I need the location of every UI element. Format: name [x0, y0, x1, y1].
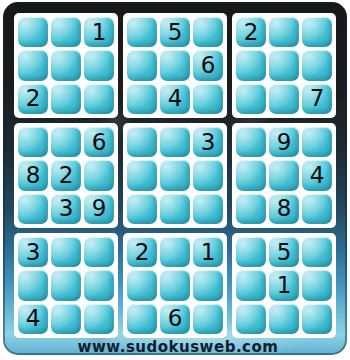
cell-r7c8[interactable]: 5 — [269, 237, 299, 267]
cell-r3c7[interactable] — [236, 84, 266, 114]
cell-r1c3[interactable]: 1 — [84, 17, 114, 47]
cell-r2c5[interactable] — [160, 50, 190, 80]
site-url-link[interactable]: www.sudokusweb.com — [17, 339, 339, 356]
cell-r1c1[interactable] — [18, 17, 48, 47]
cell-r8c5[interactable] — [160, 270, 190, 300]
cell-r7c9[interactable] — [302, 237, 332, 267]
sudoku-box-3: 27 — [232, 13, 336, 118]
cell-r2c7[interactable] — [236, 50, 266, 80]
cell-r3c6[interactable] — [193, 84, 223, 114]
cell-r4c5[interactable] — [160, 127, 190, 157]
cell-r6c8[interactable]: 8 — [269, 194, 299, 224]
cell-r3c3[interactable] — [84, 84, 114, 114]
cell-r3c2[interactable] — [51, 84, 81, 114]
cell-r7c2[interactable] — [51, 237, 81, 267]
board-frame: 12564276823939483421651 www.sudokusweb.c… — [3, 2, 347, 355]
cell-r8c6[interactable] — [193, 270, 223, 300]
cell-r7c5[interactable] — [160, 237, 190, 267]
cell-r4c3[interactable]: 6 — [84, 127, 114, 157]
cell-r2c2[interactable] — [51, 50, 81, 80]
cell-r3c1[interactable]: 2 — [18, 84, 48, 114]
cell-r4c8[interactable]: 9 — [269, 127, 299, 157]
cell-r5c8[interactable] — [269, 160, 299, 190]
cell-r6c4[interactable] — [127, 194, 157, 224]
cell-r9c6[interactable] — [193, 304, 223, 334]
sudoku-box-2: 564 — [123, 13, 227, 118]
sudoku-box-5: 3 — [123, 123, 227, 228]
cell-r9c9[interactable] — [302, 304, 332, 334]
sudoku-box-4: 68239 — [14, 123, 118, 228]
cell-r4c1[interactable] — [18, 127, 48, 157]
cell-r9c8[interactable] — [269, 304, 299, 334]
cell-r4c9[interactable] — [302, 127, 332, 157]
cell-r6c1[interactable] — [18, 194, 48, 224]
cell-r8c4[interactable] — [127, 270, 157, 300]
sudoku-grid: 12564276823939483421651 — [14, 13, 336, 338]
cell-r1c9[interactable] — [302, 17, 332, 47]
cell-r1c7[interactable]: 2 — [236, 17, 266, 47]
cell-r2c3[interactable] — [84, 50, 114, 80]
cell-r8c9[interactable] — [302, 270, 332, 300]
cell-r8c2[interactable] — [51, 270, 81, 300]
cell-r8c3[interactable] — [84, 270, 114, 300]
cell-r1c8[interactable] — [269, 17, 299, 47]
cell-r3c8[interactable] — [269, 84, 299, 114]
cell-r9c4[interactable] — [127, 304, 157, 334]
cell-r7c6[interactable]: 1 — [193, 237, 223, 267]
cell-r6c5[interactable] — [160, 194, 190, 224]
cell-r6c6[interactable] — [193, 194, 223, 224]
cell-r2c1[interactable] — [18, 50, 48, 80]
cell-r5c3[interactable] — [84, 160, 114, 190]
cell-r2c4[interactable] — [127, 50, 157, 80]
cell-r3c4[interactable] — [127, 84, 157, 114]
cell-r8c7[interactable] — [236, 270, 266, 300]
sudoku-box-1: 12 — [14, 13, 118, 118]
cell-r5c9[interactable]: 4 — [302, 160, 332, 190]
cell-r1c6[interactable] — [193, 17, 223, 47]
cell-r4c6[interactable]: 3 — [193, 127, 223, 157]
cell-r7c1[interactable]: 3 — [18, 237, 48, 267]
cell-r3c9[interactable]: 7 — [302, 84, 332, 114]
cell-r5c2[interactable]: 2 — [51, 160, 81, 190]
sudoku-box-6: 948 — [232, 123, 336, 228]
cell-r1c5[interactable]: 5 — [160, 17, 190, 47]
sudoku-box-8: 216 — [123, 233, 227, 338]
cell-r6c9[interactable] — [302, 194, 332, 224]
cell-r4c7[interactable] — [236, 127, 266, 157]
cell-r6c3[interactable]: 9 — [84, 194, 114, 224]
cell-r4c2[interactable] — [51, 127, 81, 157]
cell-r4c4[interactable] — [127, 127, 157, 157]
sudoku-page: 12564276823939483421651 www.sudokusweb.c… — [0, 0, 350, 360]
cell-r7c4[interactable]: 2 — [127, 237, 157, 267]
cell-r9c2[interactable] — [51, 304, 81, 334]
sudoku-box-7: 34 — [14, 233, 118, 338]
cell-r8c8[interactable]: 1 — [269, 270, 299, 300]
cell-r9c1[interactable]: 4 — [18, 304, 48, 334]
cell-r1c2[interactable] — [51, 17, 81, 47]
cell-r7c7[interactable] — [236, 237, 266, 267]
cell-r2c8[interactable] — [269, 50, 299, 80]
cell-r7c3[interactable] — [84, 237, 114, 267]
cell-r9c3[interactable] — [84, 304, 114, 334]
cell-r3c5[interactable]: 4 — [160, 84, 190, 114]
cell-r2c6[interactable]: 6 — [193, 50, 223, 80]
cell-r6c2[interactable]: 3 — [51, 194, 81, 224]
cell-r5c4[interactable] — [127, 160, 157, 190]
cell-r8c1[interactable] — [18, 270, 48, 300]
cell-r5c5[interactable] — [160, 160, 190, 190]
cell-r5c7[interactable] — [236, 160, 266, 190]
cell-r5c6[interactable] — [193, 160, 223, 190]
cell-r9c5[interactable]: 6 — [160, 304, 190, 334]
cell-r6c7[interactable] — [236, 194, 266, 224]
cell-r5c1[interactable]: 8 — [18, 160, 48, 190]
cell-r9c7[interactable] — [236, 304, 266, 334]
cell-r1c4[interactable] — [127, 17, 157, 47]
cell-r2c9[interactable] — [302, 50, 332, 80]
sudoku-box-9: 51 — [232, 233, 336, 338]
